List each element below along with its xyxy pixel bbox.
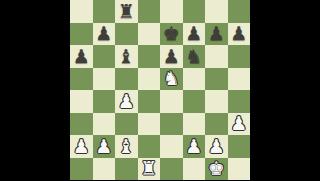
square-h4[interactable] <box>228 90 251 113</box>
piece-white-pawn[interactable]: ♟ <box>95 136 112 155</box>
square-b7[interactable]: ♟ <box>93 23 116 46</box>
piece-white-rook[interactable]: ♜ <box>140 159 157 178</box>
square-h6[interactable] <box>228 45 251 68</box>
square-e1[interactable] <box>160 158 183 181</box>
square-b6[interactable] <box>93 45 116 68</box>
square-h3[interactable]: ♟ <box>228 113 251 136</box>
piece-black-pawn[interactable]: ♟ <box>95 24 112 43</box>
piece-white-king[interactable]: ♚ <box>208 159 225 178</box>
chess-board: ♜♟♚♟♟♟♟♝♟♞♞♟♟♟♟♝♟♟♜♚ <box>70 0 250 180</box>
piece-black-pawn[interactable]: ♟ <box>230 24 247 43</box>
square-e5[interactable]: ♞ <box>160 68 183 91</box>
square-a1[interactable] <box>70 158 93 181</box>
square-e3[interactable] <box>160 113 183 136</box>
piece-black-pawn[interactable]: ♟ <box>208 24 225 43</box>
square-h1[interactable] <box>228 158 251 181</box>
piece-white-pawn[interactable]: ♟ <box>185 136 202 155</box>
square-h2[interactable] <box>228 135 251 158</box>
square-b8[interactable] <box>93 0 116 23</box>
square-a3[interactable] <box>70 113 93 136</box>
square-d6[interactable] <box>138 45 161 68</box>
square-e2[interactable] <box>160 135 183 158</box>
square-b4[interactable] <box>93 90 116 113</box>
piece-black-king[interactable]: ♚ <box>163 24 180 43</box>
square-b2[interactable]: ♟ <box>93 135 116 158</box>
square-c7[interactable] <box>115 23 138 46</box>
square-b5[interactable] <box>93 68 116 91</box>
square-c2[interactable]: ♝ <box>115 135 138 158</box>
square-d3[interactable] <box>138 113 161 136</box>
piece-black-pawn[interactable]: ♟ <box>185 24 202 43</box>
square-b1[interactable] <box>93 158 116 181</box>
square-g3[interactable] <box>205 113 228 136</box>
square-f3[interactable] <box>183 113 206 136</box>
piece-black-pawn[interactable]: ♟ <box>163 46 180 65</box>
square-a5[interactable] <box>70 68 93 91</box>
square-f6[interactable]: ♞ <box>183 45 206 68</box>
square-f1[interactable] <box>183 158 206 181</box>
square-g5[interactable] <box>205 68 228 91</box>
square-d1[interactable]: ♜ <box>138 158 161 181</box>
square-e6[interactable]: ♟ <box>160 45 183 68</box>
square-h5[interactable] <box>228 68 251 91</box>
square-c5[interactable] <box>115 68 138 91</box>
square-e7[interactable]: ♚ <box>160 23 183 46</box>
piece-white-pawn[interactable]: ♟ <box>208 136 225 155</box>
square-f8[interactable] <box>183 0 206 23</box>
square-c4[interactable]: ♟ <box>115 90 138 113</box>
letterbox-background: ♜♟♚♟♟♟♟♝♟♞♞♟♟♟♟♝♟♟♜♚ <box>0 0 320 180</box>
square-h8[interactable] <box>228 0 251 23</box>
square-g2[interactable]: ♟ <box>205 135 228 158</box>
square-g6[interactable] <box>205 45 228 68</box>
square-a8[interactable] <box>70 0 93 23</box>
piece-white-knight[interactable]: ♞ <box>163 69 180 88</box>
piece-black-bishop[interactable]: ♝ <box>118 46 135 65</box>
piece-white-pawn[interactable]: ♟ <box>73 136 90 155</box>
square-c6[interactable]: ♝ <box>115 45 138 68</box>
square-e8[interactable] <box>160 0 183 23</box>
square-d7[interactable] <box>138 23 161 46</box>
piece-white-pawn[interactable]: ♟ <box>118 91 135 110</box>
square-g7[interactable]: ♟ <box>205 23 228 46</box>
square-d4[interactable] <box>138 90 161 113</box>
square-f2[interactable]: ♟ <box>183 135 206 158</box>
square-b3[interactable] <box>93 113 116 136</box>
piece-black-knight[interactable]: ♞ <box>185 46 202 65</box>
square-c3[interactable] <box>115 113 138 136</box>
piece-black-rook[interactable]: ♜ <box>118 1 135 20</box>
square-d8[interactable] <box>138 0 161 23</box>
square-a4[interactable] <box>70 90 93 113</box>
square-d5[interactable] <box>138 68 161 91</box>
square-a2[interactable]: ♟ <box>70 135 93 158</box>
square-f4[interactable] <box>183 90 206 113</box>
square-g8[interactable] <box>205 0 228 23</box>
square-f5[interactable] <box>183 68 206 91</box>
square-c1[interactable] <box>115 158 138 181</box>
square-d2[interactable] <box>138 135 161 158</box>
square-a7[interactable] <box>70 23 93 46</box>
square-h7[interactable]: ♟ <box>228 23 251 46</box>
square-g4[interactable] <box>205 90 228 113</box>
piece-white-pawn[interactable]: ♟ <box>230 114 247 133</box>
piece-white-bishop[interactable]: ♝ <box>118 136 135 155</box>
square-a6[interactable]: ♟ <box>70 45 93 68</box>
piece-black-pawn[interactable]: ♟ <box>73 46 90 65</box>
square-e4[interactable] <box>160 90 183 113</box>
square-c8[interactable]: ♜ <box>115 0 138 23</box>
square-g1[interactable]: ♚ <box>205 158 228 181</box>
square-f7[interactable]: ♟ <box>183 23 206 46</box>
